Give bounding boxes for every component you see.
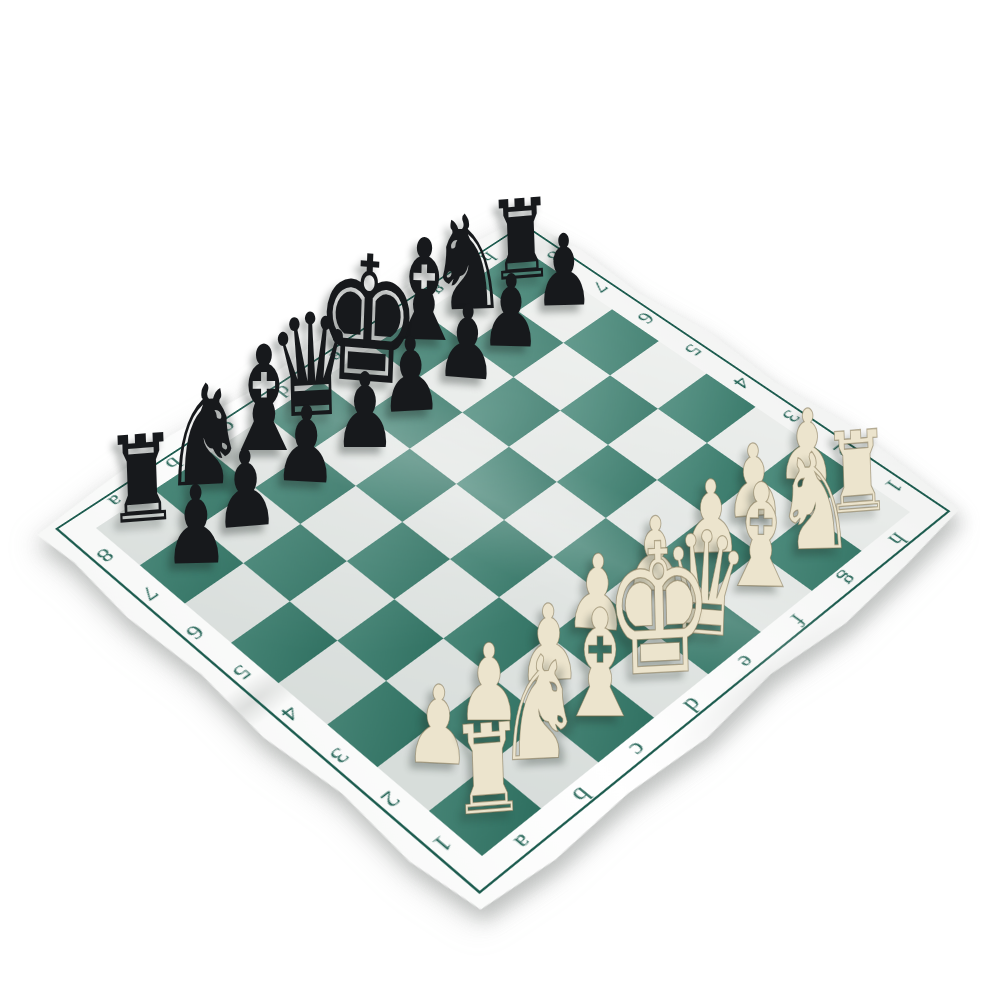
chess-piece-black-pawn[interactable]: ♟ — [333, 358, 396, 462]
chess-piece-black-pawn[interactable]: ♟ — [162, 471, 229, 581]
chess-piece-black-pawn[interactable]: ♟ — [533, 221, 594, 321]
chess-piece-black-pawn[interactable]: ♟ — [434, 291, 499, 397]
chess-piece-black-pawn[interactable]: ♟ — [273, 391, 340, 500]
chess-piece-white-rook[interactable]: ♜ — [448, 705, 527, 834]
